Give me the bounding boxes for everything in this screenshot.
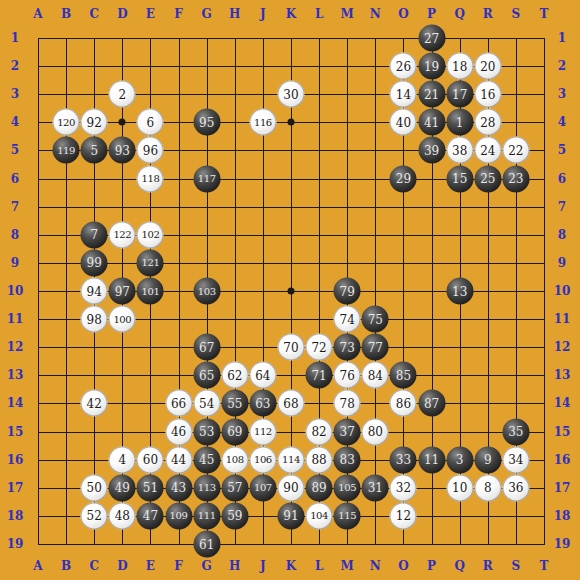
stone-F17[interactable]: 43 <box>165 474 192 501</box>
stone-S17[interactable]: 36 <box>502 474 529 501</box>
move-number: 113 <box>198 483 216 493</box>
stone-D8[interactable]: 122 <box>109 221 136 248</box>
move-number: 68 <box>283 397 298 409</box>
move-number: 61 <box>199 538 214 550</box>
move-number: 97 <box>115 285 130 297</box>
move-number: 88 <box>311 454 326 466</box>
column-label-bottom-Q: Q <box>454 560 464 572</box>
move-number: 57 <box>227 482 242 494</box>
stone-C9[interactable]: 99 <box>81 249 108 276</box>
stone-J14[interactable]: 63 <box>249 390 276 417</box>
stone-M11[interactable]: 74 <box>334 306 361 333</box>
stone-N11[interactable]: 75 <box>362 306 389 333</box>
stone-E18[interactable]: 47 <box>137 502 164 529</box>
column-label-top-D: D <box>117 8 127 20</box>
column-label-bottom-M: M <box>341 560 354 572</box>
row-label-right-2: 2 <box>558 60 566 72</box>
row-label-left-13: 13 <box>7 369 24 381</box>
move-number: 79 <box>340 285 355 297</box>
row-label-left-11: 11 <box>7 313 24 325</box>
column-label-bottom-C: C <box>89 560 99 572</box>
stone-S5[interactable]: 22 <box>502 137 529 164</box>
stone-Q3[interactable]: 17 <box>446 81 473 108</box>
stone-E4[interactable]: 6 <box>137 109 164 136</box>
move-number: 16 <box>480 88 495 100</box>
stone-B5[interactable]: 119 <box>53 137 80 164</box>
move-number: 77 <box>368 341 383 353</box>
row-label-right-11: 11 <box>554 313 571 325</box>
move-number: 50 <box>87 482 102 494</box>
stone-R4[interactable]: 28 <box>474 109 501 136</box>
stone-H18[interactable]: 59 <box>221 502 248 529</box>
move-number: 12 <box>396 510 411 522</box>
move-number: 92 <box>87 116 102 128</box>
move-number: 82 <box>311 426 326 438</box>
stone-R17[interactable]: 8 <box>474 474 501 501</box>
row-label-right-6: 6 <box>558 173 566 185</box>
move-number: 62 <box>227 369 242 381</box>
stone-E9[interactable]: 121 <box>137 249 164 276</box>
move-number: 51 <box>143 482 158 494</box>
move-number: 1 <box>456 116 464 128</box>
move-number: 75 <box>368 313 383 325</box>
stone-C5[interactable]: 5 <box>81 137 108 164</box>
column-label-top-B: B <box>61 8 71 20</box>
move-number: 5 <box>90 144 98 156</box>
row-label-right-12: 12 <box>554 341 571 353</box>
move-number: 78 <box>340 397 355 409</box>
stone-M17[interactable]: 105 <box>334 474 361 501</box>
column-label-top-Q: Q <box>454 8 464 20</box>
move-number: 95 <box>199 116 214 128</box>
move-number: 27 <box>424 32 439 44</box>
move-number: 15 <box>452 173 467 185</box>
stone-N15[interactable]: 80 <box>362 418 389 445</box>
move-number: 31 <box>368 482 383 494</box>
move-number: 118 <box>141 174 159 184</box>
stone-G16[interactable]: 45 <box>193 446 220 473</box>
move-number: 93 <box>115 144 130 156</box>
stone-N17[interactable]: 31 <box>362 474 389 501</box>
move-number: 37 <box>340 426 355 438</box>
stone-M15[interactable]: 37 <box>334 418 361 445</box>
column-label-bottom-G: G <box>202 560 212 572</box>
stone-L15[interactable]: 82 <box>306 418 333 445</box>
stone-Q6[interactable]: 15 <box>446 165 473 192</box>
stone-M12[interactable]: 73 <box>334 334 361 361</box>
move-number: 13 <box>452 285 467 297</box>
stone-E10[interactable]: 101 <box>137 278 164 305</box>
row-label-right-9: 9 <box>558 257 566 269</box>
move-number: 122 <box>113 230 131 240</box>
stone-Q5[interactable]: 38 <box>446 137 473 164</box>
stone-C11[interactable]: 98 <box>81 306 108 333</box>
stone-H16[interactable]: 108 <box>221 446 248 473</box>
stone-G10[interactable]: 103 <box>193 278 220 305</box>
row-label-left-14: 14 <box>7 397 24 409</box>
move-number: 39 <box>424 144 439 156</box>
row-label-right-7: 7 <box>558 201 566 213</box>
move-number: 60 <box>143 454 158 466</box>
column-label-top-N: N <box>370 8 381 20</box>
stone-J17[interactable]: 107 <box>249 474 276 501</box>
row-label-left-3: 3 <box>11 88 19 100</box>
move-number: 71 <box>311 369 326 381</box>
stone-Q4[interactable]: 1 <box>446 109 473 136</box>
move-number: 35 <box>508 426 523 438</box>
move-number: 30 <box>283 88 298 100</box>
row-label-left-19: 19 <box>7 538 24 550</box>
stone-E17[interactable]: 51 <box>137 474 164 501</box>
stone-Q2[interactable]: 18 <box>446 53 473 80</box>
move-number: 53 <box>199 426 214 438</box>
grid-line-horizontal <box>38 544 545 545</box>
stone-F18[interactable]: 109 <box>165 502 192 529</box>
row-label-right-19: 19 <box>554 538 571 550</box>
stone-D3[interactable]: 2 <box>109 81 136 108</box>
column-label-top-R: R <box>483 8 493 20</box>
stone-M13[interactable]: 76 <box>334 362 361 389</box>
row-label-left-7: 7 <box>11 201 19 213</box>
column-label-top-P: P <box>427 8 436 20</box>
stone-S6[interactable]: 23 <box>502 165 529 192</box>
row-label-left-10: 10 <box>7 285 24 297</box>
move-number: 87 <box>424 397 439 409</box>
move-number: 24 <box>480 144 495 156</box>
move-number: 65 <box>199 369 214 381</box>
stone-G17[interactable]: 113 <box>193 474 220 501</box>
stone-K17[interactable]: 90 <box>278 474 305 501</box>
stone-M16[interactable]: 83 <box>334 446 361 473</box>
stone-C14[interactable]: 42 <box>81 390 108 417</box>
stone-O13[interactable]: 85 <box>390 362 417 389</box>
move-number: 103 <box>198 286 216 296</box>
column-label-top-F: F <box>174 8 183 20</box>
move-number: 43 <box>171 482 186 494</box>
row-label-right-16: 16 <box>554 454 571 466</box>
stone-L16[interactable]: 88 <box>306 446 333 473</box>
stone-K3[interactable]: 30 <box>278 81 305 108</box>
row-label-right-5: 5 <box>558 144 566 156</box>
stone-G19[interactable]: 61 <box>193 531 220 558</box>
stone-G4[interactable]: 95 <box>193 109 220 136</box>
stone-D16[interactable]: 4 <box>109 446 136 473</box>
stone-E8[interactable]: 102 <box>137 221 164 248</box>
stone-G6[interactable]: 117 <box>193 165 220 192</box>
stone-K12[interactable]: 70 <box>278 334 305 361</box>
stone-C4[interactable]: 92 <box>81 109 108 136</box>
column-label-top-S: S <box>512 8 521 20</box>
move-number: 14 <box>396 88 411 100</box>
move-number: 70 <box>283 341 298 353</box>
stone-C10[interactable]: 94 <box>81 278 108 305</box>
stone-O4[interactable]: 40 <box>390 109 417 136</box>
move-number: 108 <box>226 455 244 465</box>
stone-P4[interactable]: 41 <box>418 109 445 136</box>
stone-K14[interactable]: 68 <box>278 390 305 417</box>
stone-D18[interactable]: 48 <box>109 502 136 529</box>
stone-R6[interactable]: 25 <box>474 165 501 192</box>
move-number: 104 <box>310 511 328 521</box>
stone-L17[interactable]: 89 <box>306 474 333 501</box>
stone-D17[interactable]: 49 <box>109 474 136 501</box>
stone-J16[interactable]: 106 <box>249 446 276 473</box>
move-number: 90 <box>283 482 298 494</box>
go-board[interactable]: AABBCCDDEEFFGGHHJJKKLLMMNNOOPPQQRRSSTT11… <box>0 0 580 580</box>
stone-D11[interactable]: 100 <box>109 306 136 333</box>
move-number: 22 <box>508 144 523 156</box>
move-number: 116 <box>254 117 272 127</box>
column-label-bottom-D: D <box>117 560 127 572</box>
stone-Q16[interactable]: 3 <box>446 446 473 473</box>
move-number: 59 <box>227 510 242 522</box>
column-label-bottom-E: E <box>146 560 155 572</box>
move-number: 121 <box>141 258 159 268</box>
move-number: 21 <box>424 88 439 100</box>
stone-S16[interactable]: 34 <box>502 446 529 473</box>
column-label-top-L: L <box>315 8 323 20</box>
move-number: 25 <box>480 173 495 185</box>
stone-H14[interactable]: 55 <box>221 390 248 417</box>
column-label-top-T: T <box>540 8 549 20</box>
stone-J15[interactable]: 112 <box>249 418 276 445</box>
stone-E6[interactable]: 118 <box>137 165 164 192</box>
stone-H13[interactable]: 62 <box>221 362 248 389</box>
move-number: 10 <box>452 482 467 494</box>
stone-M18[interactable]: 115 <box>334 502 361 529</box>
move-number: 54 <box>199 397 214 409</box>
row-label-right-17: 17 <box>554 482 571 494</box>
stone-L18[interactable]: 104 <box>306 502 333 529</box>
row-label-right-14: 14 <box>554 397 571 409</box>
move-number: 42 <box>87 397 102 409</box>
stone-N13[interactable]: 84 <box>362 362 389 389</box>
stone-S15[interactable]: 35 <box>502 418 529 445</box>
stone-D10[interactable]: 97 <box>109 278 136 305</box>
stone-R2[interactable]: 20 <box>474 53 501 80</box>
row-label-right-4: 4 <box>558 116 566 128</box>
stone-G14[interactable]: 54 <box>193 390 220 417</box>
stone-O6[interactable]: 29 <box>390 165 417 192</box>
move-number: 111 <box>198 511 216 521</box>
column-label-top-O: O <box>398 8 408 20</box>
stone-O16[interactable]: 33 <box>390 446 417 473</box>
move-number: 29 <box>396 173 411 185</box>
row-label-right-3: 3 <box>558 88 566 100</box>
move-number: 2 <box>119 88 127 100</box>
move-number: 9 <box>484 454 492 466</box>
move-number: 55 <box>227 397 242 409</box>
stone-R5[interactable]: 24 <box>474 137 501 164</box>
stone-F14[interactable]: 66 <box>165 390 192 417</box>
grid-line-vertical <box>375 38 376 545</box>
stone-P2[interactable]: 19 <box>418 53 445 80</box>
move-number: 4 <box>119 454 127 466</box>
row-label-right-15: 15 <box>554 426 571 438</box>
move-number: 23 <box>508 173 523 185</box>
row-label-left-8: 8 <box>11 229 19 241</box>
row-label-left-6: 6 <box>11 173 19 185</box>
move-number: 66 <box>171 397 186 409</box>
row-label-left-4: 4 <box>11 116 19 128</box>
stone-P1[interactable]: 27 <box>418 25 445 52</box>
stone-P14[interactable]: 87 <box>418 390 445 417</box>
move-number: 7 <box>90 229 98 241</box>
column-label-top-E: E <box>146 8 155 20</box>
move-number: 84 <box>368 369 383 381</box>
move-number: 85 <box>396 369 411 381</box>
move-number: 73 <box>340 341 355 353</box>
move-number: 98 <box>87 313 102 325</box>
stone-E16[interactable]: 60 <box>137 446 164 473</box>
column-label-bottom-F: F <box>174 560 183 572</box>
move-number: 41 <box>424 116 439 128</box>
row-label-left-17: 17 <box>7 482 24 494</box>
row-label-right-10: 10 <box>554 285 571 297</box>
stone-G18[interactable]: 111 <box>193 502 220 529</box>
stone-M10[interactable]: 79 <box>334 278 361 305</box>
move-number: 17 <box>452 88 467 100</box>
move-number: 117 <box>198 174 216 184</box>
move-number: 89 <box>311 482 326 494</box>
row-label-right-1: 1 <box>558 32 566 44</box>
stone-O2[interactable]: 26 <box>390 53 417 80</box>
move-number: 20 <box>480 60 495 72</box>
stone-G13[interactable]: 65 <box>193 362 220 389</box>
stone-H17[interactable]: 57 <box>221 474 248 501</box>
row-label-right-8: 8 <box>558 229 566 241</box>
column-label-top-M: M <box>341 8 354 20</box>
stone-K16[interactable]: 114 <box>278 446 305 473</box>
row-label-left-16: 16 <box>7 454 24 466</box>
row-label-left-15: 15 <box>7 426 24 438</box>
column-label-bottom-N: N <box>370 560 381 572</box>
move-number: 32 <box>396 482 411 494</box>
column-label-bottom-O: O <box>398 560 408 572</box>
stone-R16[interactable]: 9 <box>474 446 501 473</box>
stone-C8[interactable]: 7 <box>81 221 108 248</box>
move-number: 64 <box>255 369 270 381</box>
stone-O18[interactable]: 12 <box>390 502 417 529</box>
stone-R3[interactable]: 16 <box>474 81 501 108</box>
stone-O14[interactable]: 86 <box>390 390 417 417</box>
move-number: 6 <box>147 116 155 128</box>
stone-C17[interactable]: 50 <box>81 474 108 501</box>
move-number: 49 <box>115 482 130 494</box>
column-label-bottom-T: T <box>540 560 549 572</box>
stone-P3[interactable]: 21 <box>418 81 445 108</box>
stone-K18[interactable]: 91 <box>278 502 305 529</box>
stone-M14[interactable]: 78 <box>334 390 361 417</box>
column-label-bottom-H: H <box>229 560 240 572</box>
move-number: 18 <box>452 60 467 72</box>
stone-N12[interactable]: 77 <box>362 334 389 361</box>
stone-Q10[interactable]: 13 <box>446 278 473 305</box>
move-number: 28 <box>480 116 495 128</box>
column-label-bottom-R: R <box>483 560 493 572</box>
move-number: 112 <box>254 427 272 437</box>
move-number: 106 <box>254 455 272 465</box>
row-label-left-12: 12 <box>7 341 24 353</box>
move-number: 63 <box>255 397 270 409</box>
grid-line-horizontal <box>38 432 545 433</box>
grid-line-horizontal <box>38 375 545 376</box>
move-number: 45 <box>199 454 214 466</box>
move-number: 36 <box>508 482 523 494</box>
move-number: 67 <box>199 341 214 353</box>
row-label-left-1: 1 <box>11 32 19 44</box>
move-number: 107 <box>254 483 272 493</box>
move-number: 19 <box>424 60 439 72</box>
move-number: 46 <box>171 426 186 438</box>
stone-H15[interactable]: 69 <box>221 418 248 445</box>
stone-L13[interactable]: 71 <box>306 362 333 389</box>
move-number: 11 <box>424 454 439 466</box>
move-number: 114 <box>282 455 300 465</box>
row-label-left-18: 18 <box>7 510 24 522</box>
stone-B4[interactable]: 120 <box>53 109 80 136</box>
move-number: 38 <box>452 144 467 156</box>
move-number: 102 <box>141 230 159 240</box>
stone-G12[interactable]: 67 <box>193 334 220 361</box>
move-number: 72 <box>311 341 326 353</box>
stone-P5[interactable]: 39 <box>418 137 445 164</box>
column-label-bottom-S: S <box>512 560 521 572</box>
stone-D5[interactable]: 93 <box>109 137 136 164</box>
move-number: 33 <box>396 454 411 466</box>
stone-P16[interactable]: 11 <box>418 446 445 473</box>
column-label-bottom-B: B <box>61 560 71 572</box>
move-number: 40 <box>396 116 411 128</box>
column-label-top-K: K <box>286 8 296 20</box>
row-label-left-5: 5 <box>11 144 19 156</box>
stone-F16[interactable]: 44 <box>165 446 192 473</box>
column-label-top-G: G <box>202 8 212 20</box>
move-number: 47 <box>143 510 158 522</box>
column-label-top-H: H <box>229 8 240 20</box>
move-number: 94 <box>87 285 102 297</box>
stone-C18[interactable]: 52 <box>81 502 108 529</box>
move-number: 76 <box>340 369 355 381</box>
stone-O17[interactable]: 32 <box>390 474 417 501</box>
move-number: 52 <box>87 510 102 522</box>
move-number: 109 <box>170 511 188 521</box>
move-number: 91 <box>283 510 298 522</box>
move-number: 3 <box>456 454 464 466</box>
stone-J4[interactable]: 116 <box>249 109 276 136</box>
stone-Q17[interactable]: 10 <box>446 474 473 501</box>
column-label-bottom-K: K <box>286 560 296 572</box>
star-point-D4 <box>119 119 126 126</box>
stone-F15[interactable]: 46 <box>165 418 192 445</box>
column-label-top-J: J <box>260 8 266 20</box>
move-number: 86 <box>396 397 411 409</box>
move-number: 8 <box>484 482 492 494</box>
move-number: 69 <box>227 426 242 438</box>
stone-O3[interactable]: 14 <box>390 81 417 108</box>
move-number: 83 <box>340 454 355 466</box>
stone-J13[interactable]: 64 <box>249 362 276 389</box>
move-number: 26 <box>396 60 411 72</box>
stone-E5[interactable]: 96 <box>137 137 164 164</box>
move-number: 101 <box>141 286 159 296</box>
stone-L12[interactable]: 72 <box>306 334 333 361</box>
row-label-right-13: 13 <box>554 369 571 381</box>
move-number: 34 <box>508 454 523 466</box>
stone-G15[interactable]: 53 <box>193 418 220 445</box>
move-number: 80 <box>368 426 383 438</box>
move-number: 48 <box>115 510 130 522</box>
